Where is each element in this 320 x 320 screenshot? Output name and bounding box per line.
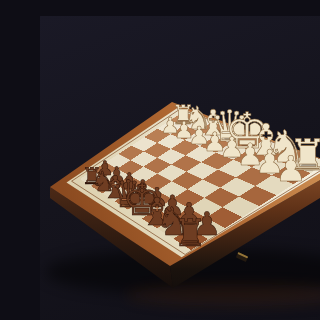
svg-text:♜: ♜	[173, 211, 207, 255]
chess-set-photo: ♜ ♞ ♟ ♝ ♟ ♛ ♟ ♚ ♟ ♝ ♟ ♞ ♟ ♜ ♟ ♟ ♟ ♟ ♜ ♟ …	[40, 16, 320, 320]
piece-black-rook-h8: ♜	[173, 211, 207, 255]
svg-text:♟: ♟	[275, 148, 307, 189]
piece-white-pawn-h2: ♟	[275, 148, 307, 189]
pieces-layer: ♜ ♞ ♟ ♝ ♟ ♛ ♟ ♚ ♟ ♝ ♟ ♞ ♟ ♜ ♟ ♟ ♟ ♟ ♜ ♟ …	[40, 16, 320, 320]
